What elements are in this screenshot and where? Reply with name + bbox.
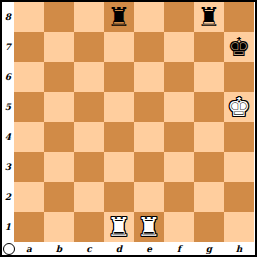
square-e5[interactable]	[134, 92, 164, 122]
file-label-a: a	[14, 242, 44, 255]
white-king-h5[interactable]: ♚	[227, 92, 250, 122]
square-h4[interactable]	[224, 122, 254, 152]
square-b1[interactable]	[44, 212, 74, 242]
square-d8[interactable]: ♜	[104, 2, 134, 32]
square-b7[interactable]	[44, 32, 74, 62]
square-e3[interactable]	[134, 152, 164, 182]
file-label-h: h	[224, 242, 254, 255]
square-c4[interactable]	[74, 122, 104, 152]
square-g5[interactable]	[194, 92, 224, 122]
file-label-f: f	[164, 242, 194, 255]
file-labels: abcdefgh	[14, 242, 254, 255]
square-f8[interactable]	[164, 2, 194, 32]
square-e6[interactable]	[134, 62, 164, 92]
rank-label-7: 7	[2, 32, 14, 62]
rank-label-3: 3	[2, 152, 14, 182]
chess-diagram: 87654321 ♜♜♚♚♜♜ abcdefgh	[0, 0, 257, 257]
square-f4[interactable]	[164, 122, 194, 152]
square-b2[interactable]	[44, 182, 74, 212]
rank-labels: 87654321	[2, 2, 14, 242]
rank-label-8: 8	[2, 2, 14, 32]
black-rook-g8[interactable]: ♜	[197, 2, 220, 32]
square-f5[interactable]	[164, 92, 194, 122]
square-d7[interactable]	[104, 32, 134, 62]
square-g7[interactable]	[194, 32, 224, 62]
square-a4[interactable]	[14, 122, 44, 152]
square-d4[interactable]	[104, 122, 134, 152]
square-c8[interactable]	[74, 2, 104, 32]
square-f1[interactable]	[164, 212, 194, 242]
black-king-h7[interactable]: ♚	[227, 32, 250, 62]
file-label-e: e	[134, 242, 164, 255]
square-g1[interactable]	[194, 212, 224, 242]
square-b4[interactable]	[44, 122, 74, 152]
square-d3[interactable]	[104, 152, 134, 182]
square-g3[interactable]	[194, 152, 224, 182]
file-label-c: c	[74, 242, 104, 255]
rank-label-6: 6	[2, 62, 14, 92]
square-b5[interactable]	[44, 92, 74, 122]
square-a8[interactable]	[14, 2, 44, 32]
square-e2[interactable]	[134, 182, 164, 212]
square-b6[interactable]	[44, 62, 74, 92]
square-c3[interactable]	[74, 152, 104, 182]
square-f2[interactable]	[164, 182, 194, 212]
square-h1[interactable]	[224, 212, 254, 242]
square-a2[interactable]	[14, 182, 44, 212]
file-label-d: d	[104, 242, 134, 255]
white-to-move-indicator	[3, 243, 15, 255]
square-f7[interactable]	[164, 32, 194, 62]
square-d6[interactable]	[104, 62, 134, 92]
file-label-g: g	[194, 242, 224, 255]
square-g2[interactable]	[194, 182, 224, 212]
square-d2[interactable]	[104, 182, 134, 212]
square-c5[interactable]	[74, 92, 104, 122]
square-b3[interactable]	[44, 152, 74, 182]
square-h6[interactable]	[224, 62, 254, 92]
square-e8[interactable]	[134, 2, 164, 32]
square-a5[interactable]	[14, 92, 44, 122]
black-rook-d8[interactable]: ♜	[107, 2, 130, 32]
white-rook-e1[interactable]: ♜	[137, 212, 160, 242]
square-h7[interactable]: ♚	[224, 32, 254, 62]
square-h8[interactable]	[224, 2, 254, 32]
rank-label-5: 5	[2, 92, 14, 122]
square-h2[interactable]	[224, 182, 254, 212]
rank-label-1: 1	[2, 212, 14, 242]
square-c7[interactable]	[74, 32, 104, 62]
square-a3[interactable]	[14, 152, 44, 182]
square-f3[interactable]	[164, 152, 194, 182]
square-e7[interactable]	[134, 32, 164, 62]
square-a1[interactable]	[14, 212, 44, 242]
square-g8[interactable]: ♜	[194, 2, 224, 32]
square-a7[interactable]	[14, 32, 44, 62]
square-b8[interactable]	[44, 2, 74, 32]
square-g6[interactable]	[194, 62, 224, 92]
square-d5[interactable]	[104, 92, 134, 122]
square-c1[interactable]	[74, 212, 104, 242]
square-c2[interactable]	[74, 182, 104, 212]
square-g4[interactable]	[194, 122, 224, 152]
square-c6[interactable]	[74, 62, 104, 92]
file-label-b: b	[44, 242, 74, 255]
square-h5[interactable]: ♚	[224, 92, 254, 122]
square-a6[interactable]	[14, 62, 44, 92]
rank-label-2: 2	[2, 182, 14, 212]
square-e4[interactable]	[134, 122, 164, 152]
square-f6[interactable]	[164, 62, 194, 92]
rank-label-4: 4	[2, 122, 14, 152]
square-h3[interactable]	[224, 152, 254, 182]
chess-board: ♜♜♚♚♜♜	[14, 2, 254, 242]
square-e1[interactable]: ♜	[134, 212, 164, 242]
white-rook-d1[interactable]: ♜	[107, 212, 130, 242]
square-d1[interactable]: ♜	[104, 212, 134, 242]
